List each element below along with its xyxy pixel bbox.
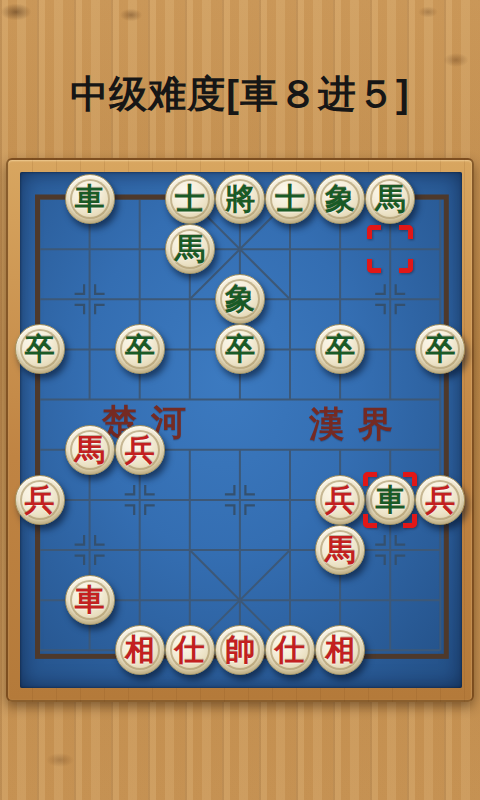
board-frame: 楚河 漢界 車士將士象馬馬象卒卒卒卒卒車馬兵兵兵兵馬車相仕帥仕相 — [6, 158, 474, 702]
xiangqi-board[interactable]: 楚河 漢界 車士將士象馬馬象卒卒卒卒卒車馬兵兵兵兵馬車相仕帥仕相 — [20, 172, 462, 688]
river-label-right: 漢界 — [295, 401, 407, 448]
river-label-left: 楚河 — [88, 399, 200, 446]
app-screen: 中级难度[車８进５] 楚河 漢界 車士將士象馬馬象卒卒卒卒卒車馬兵兵兵兵馬車相仕… — [0, 0, 480, 800]
puzzle-title: 中级难度[車８进５] — [0, 72, 480, 116]
